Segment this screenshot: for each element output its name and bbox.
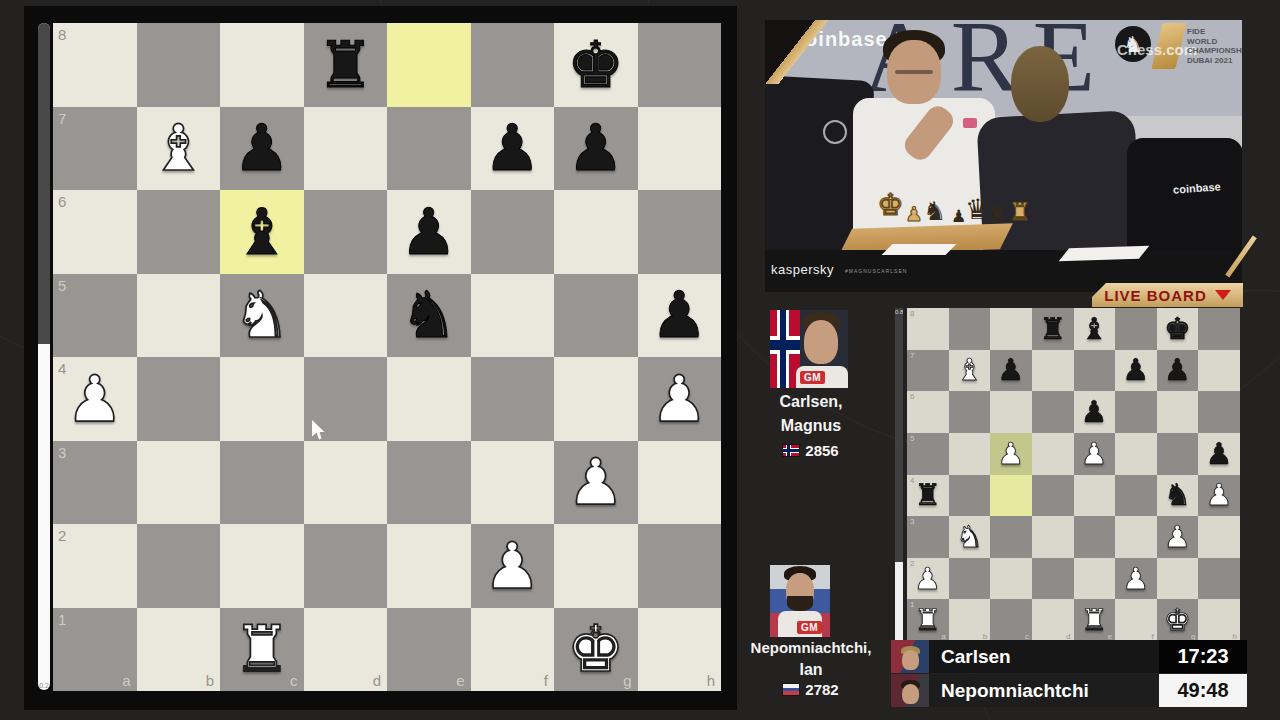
- live-square-d8: ♜: [1032, 308, 1074, 350]
- live-square-f3: [1115, 516, 1157, 558]
- live-square-b2: [949, 558, 991, 600]
- live-square-d6: [1032, 391, 1074, 433]
- main-square-c5[interactable]: ♞: [220, 274, 304, 358]
- rank-label: 6: [910, 392, 914, 401]
- black-king[interactable]: ♚: [554, 23, 638, 107]
- gm-title-badge: GM: [797, 621, 822, 634]
- black-pawn: ♟: [1198, 433, 1240, 475]
- main-square-f6[interactable]: [471, 190, 555, 274]
- live-square-e7: [1074, 350, 1116, 392]
- main-square-f4[interactable]: [471, 357, 555, 441]
- rank-label: 7: [58, 110, 66, 127]
- main-square-f5[interactable]: [471, 274, 555, 358]
- main-square-e3[interactable]: [387, 441, 471, 525]
- clock-row-carlsen: Carlsen 17:23: [891, 640, 1247, 673]
- black-pawn[interactable]: ♟: [638, 274, 722, 358]
- gm-title-badge: GM: [800, 371, 825, 384]
- main-square-b2[interactable]: [137, 524, 221, 608]
- main-square-h6[interactable]: [638, 190, 722, 274]
- live-square-a3: 3: [907, 516, 949, 558]
- main-square-a6[interactable]: 6: [53, 190, 137, 274]
- live-square-b7: ♝: [949, 350, 991, 392]
- white-player-rating-row: 2856: [745, 442, 877, 459]
- main-square-h7[interactable]: [638, 107, 722, 191]
- nepomniachtchi-avatar: [891, 674, 929, 707]
- black-player-lastname: Nepomniachtchi,: [742, 639, 880, 656]
- live-square-f5: [1115, 433, 1157, 475]
- black-pawn[interactable]: ♟: [387, 190, 471, 274]
- rank-label: 5: [910, 434, 914, 443]
- live-square-a2: 2♟: [907, 558, 949, 600]
- eval-black-portion: [38, 23, 50, 344]
- live-square-c6: [990, 391, 1032, 433]
- white-rook: ♜: [907, 599, 949, 641]
- live-square-e3: [1074, 516, 1116, 558]
- main-square-f8[interactable]: [471, 23, 555, 107]
- file-label: f: [544, 672, 548, 689]
- main-square-d6[interactable]: [304, 190, 388, 274]
- clock-row-nepomniachtchi: Nepomniachtchi 49:48: [891, 674, 1247, 707]
- chesscom-watermark: Chess.com: [1117, 41, 1197, 58]
- live-square-c1: c: [990, 599, 1032, 641]
- main-square-c4[interactable]: [220, 357, 304, 441]
- main-square-f7[interactable]: ♟: [471, 107, 555, 191]
- live-square-e5: ♟: [1074, 433, 1116, 475]
- page: 0.2 8♜♚7♝♟♟♟6♝♟5♞♞♟4♟♟3♟2♟1abc♜defg♚h AR…: [0, 0, 1280, 720]
- black-player-rating: 2782: [805, 681, 838, 698]
- main-square-e5[interactable]: ♞: [387, 274, 471, 358]
- main-chess-board[interactable]: 8♜♚7♝♟♟♟6♝♟5♞♞♟4♟♟3♟2♟1abc♜defg♚h: [53, 23, 721, 691]
- black-player-rating-row: 2782: [742, 681, 880, 698]
- live-square-h1: h: [1198, 599, 1240, 641]
- table-piece: ♜: [987, 204, 1007, 226]
- table-piece: ♟: [951, 208, 966, 225]
- triangle-down-icon: [1215, 290, 1231, 300]
- live-square-a6: 6: [907, 391, 949, 433]
- live-square-a4: 4♜: [907, 475, 949, 517]
- live-square-g8: ♚: [1157, 308, 1199, 350]
- black-pawn[interactable]: ♟: [554, 107, 638, 191]
- live-square-f2: ♟: [1115, 558, 1157, 600]
- live-square-g6: [1157, 391, 1199, 433]
- main-square-h8[interactable]: [638, 23, 722, 107]
- main-square-b6[interactable]: [137, 190, 221, 274]
- live-square-f1: f: [1115, 599, 1157, 641]
- main-square-f1[interactable]: f: [471, 608, 555, 692]
- live-square-b6: [949, 391, 991, 433]
- white-king: ♚: [1157, 599, 1199, 641]
- table-piece: ♟: [905, 204, 923, 224]
- gold-corner-trim: [765, 20, 847, 84]
- scoresheet-paper: [882, 244, 957, 255]
- clock-time-black: 49:48: [1159, 674, 1247, 707]
- black-pawn[interactable]: ♟: [471, 107, 555, 191]
- rank-label: 5: [58, 277, 66, 294]
- live-square-h8: [1198, 308, 1240, 350]
- white-pawn: ♟: [1115, 558, 1157, 600]
- main-square-g4[interactable]: [554, 357, 638, 441]
- live-square-b1: b: [949, 599, 991, 641]
- main-square-c8[interactable]: [220, 23, 304, 107]
- white-rook[interactable]: ♜: [220, 608, 304, 692]
- rank-label: 8: [58, 26, 66, 43]
- file-label: d: [373, 672, 381, 689]
- live-chess-board: 8♜♝♚7♝♟♟♟6♟5♟♟♟4♜♞♟3♞♟2♟♟1a♜bcde♜fg♚h: [907, 308, 1240, 641]
- live-eval-value: 0.8: [895, 309, 903, 315]
- norway-flag-icon: [783, 445, 799, 456]
- white-pawn[interactable]: ♟: [471, 524, 555, 608]
- main-square-h4[interactable]: ♟: [638, 357, 722, 441]
- clock-name-black: Nepomniachtchi: [929, 674, 1159, 707]
- live-square-a5: 5: [907, 433, 949, 475]
- table-piece: ♞: [923, 198, 946, 224]
- main-square-a5[interactable]: 5: [53, 274, 137, 358]
- black-rook: ♜: [1032, 308, 1074, 350]
- main-square-b1[interactable]: b: [137, 608, 221, 692]
- live-eval-bar: 0.8: [895, 308, 903, 641]
- white-player-firstname: Magnus: [745, 417, 877, 435]
- black-rook: ♜: [907, 475, 949, 517]
- main-square-f2[interactable]: ♟: [471, 524, 555, 608]
- white-king[interactable]: ♚: [554, 608, 638, 692]
- live-square-e8: ♝: [1074, 308, 1116, 350]
- white-pawn[interactable]: ♟: [53, 357, 137, 441]
- black-pawn: ♟: [1115, 350, 1157, 392]
- main-square-b4[interactable]: [137, 357, 221, 441]
- live-square-c4: [990, 475, 1032, 517]
- main-square-d7[interactable]: [304, 107, 388, 191]
- main-square-d3[interactable]: [304, 441, 388, 525]
- clock-overlay: Carlsen 17:23 Nepomniachtchi 49:48: [891, 640, 1247, 707]
- black-rook[interactable]: ♜: [304, 23, 388, 107]
- live-square-h7: [1198, 350, 1240, 392]
- main-square-d2[interactable]: [304, 524, 388, 608]
- main-square-c3[interactable]: [220, 441, 304, 525]
- main-square-h5[interactable]: ♟: [638, 274, 722, 358]
- live-square-f6: [1115, 391, 1157, 433]
- rank-label: 1: [58, 611, 66, 628]
- main-square-b3[interactable]: [137, 441, 221, 525]
- chair-emblem-icon: [823, 120, 847, 144]
- white-pawn: ♟: [1074, 433, 1116, 475]
- live-square-a7: 7: [907, 350, 949, 392]
- main-square-a4[interactable]: 4♟: [53, 357, 137, 441]
- live-board-label: LIVE BOARD: [1104, 287, 1207, 304]
- live-square-h4: ♟: [1198, 475, 1240, 517]
- main-square-d5[interactable]: [304, 274, 388, 358]
- main-square-b8[interactable]: [137, 23, 221, 107]
- live-square-e2: [1074, 558, 1116, 600]
- rank-label: 2: [58, 527, 66, 544]
- black-pawn[interactable]: ♟: [220, 107, 304, 191]
- live-square-c7: ♟: [990, 350, 1032, 392]
- white-pawn: ♟: [907, 558, 949, 600]
- live-square-d5: [1032, 433, 1074, 475]
- live-square-f4: [1115, 475, 1157, 517]
- live-square-d3: [1032, 516, 1074, 558]
- main-square-a7[interactable]: 7: [53, 107, 137, 191]
- white-pawn: ♟: [1198, 475, 1240, 517]
- live-square-h5: ♟: [1198, 433, 1240, 475]
- main-square-g1[interactable]: g♚: [554, 608, 638, 692]
- live-square-b4: [949, 475, 991, 517]
- live-square-f8: [1115, 308, 1157, 350]
- live-square-g3: ♟: [1157, 516, 1199, 558]
- main-square-a8[interactable]: 8: [53, 23, 137, 107]
- clock-time-white: 17:23: [1159, 640, 1247, 673]
- live-square-d1: d: [1032, 599, 1074, 641]
- main-square-g6[interactable]: [554, 190, 638, 274]
- rank-label: 3: [58, 444, 66, 461]
- main-square-c2[interactable]: [220, 524, 304, 608]
- main-square-a3[interactable]: 3: [53, 441, 137, 525]
- video-feed[interactable]: ARE coinbase ♞ Chess.com FIDE WORLD CHAM…: [765, 20, 1242, 292]
- main-square-b5[interactable]: [137, 274, 221, 358]
- rank-label: 8: [910, 309, 914, 318]
- white-pawn: ♟: [1157, 516, 1199, 558]
- main-square-c6[interactable]: ♝: [220, 190, 304, 274]
- black-bishop: ♝: [1074, 308, 1116, 350]
- file-label: b: [206, 672, 214, 689]
- live-square-f7: ♟: [1115, 350, 1157, 392]
- main-square-e2[interactable]: [387, 524, 471, 608]
- carlsen-head: [1011, 46, 1069, 122]
- live-square-h2: [1198, 558, 1240, 600]
- live-square-d7: [1032, 350, 1074, 392]
- live-square-g1: g♚: [1157, 599, 1199, 641]
- main-square-h3[interactable]: [638, 441, 722, 525]
- white-pawn: ♟: [990, 433, 1032, 475]
- main-square-g3[interactable]: ♟: [554, 441, 638, 525]
- main-square-e1[interactable]: e: [387, 608, 471, 692]
- white-pawn[interactable]: ♟: [638, 357, 722, 441]
- main-square-g8[interactable]: ♚: [554, 23, 638, 107]
- main-square-e4[interactable]: [387, 357, 471, 441]
- white-pawn[interactable]: ♟: [554, 441, 638, 525]
- live-square-c5: ♟: [990, 433, 1032, 475]
- white-knight: ♞: [949, 516, 991, 558]
- rank-label: 3: [910, 517, 914, 526]
- live-square-g7: ♟: [1157, 350, 1199, 392]
- rank-label: 7: [910, 351, 914, 360]
- eval-black-portion: [895, 308, 903, 562]
- white-rook: ♜: [1074, 599, 1116, 641]
- file-label: h: [707, 672, 715, 689]
- main-square-g7[interactable]: ♟: [554, 107, 638, 191]
- live-square-c8: [990, 308, 1032, 350]
- black-knight: ♞: [1157, 475, 1199, 517]
- table-piece: ♚: [877, 190, 904, 220]
- fide-event-text: FIDE WORLD CHAMPIONSHIP DUBAI 2021: [1187, 27, 1242, 65]
- black-pawn: ♟: [1157, 350, 1199, 392]
- russia-flag-icon: [783, 684, 799, 695]
- live-square-g2: [1157, 558, 1199, 600]
- live-square-a8: 8: [907, 308, 949, 350]
- live-square-g4: ♞: [1157, 475, 1199, 517]
- main-square-d8[interactable]: ♜: [304, 23, 388, 107]
- main-board-frame: 0.2 8♜♚7♝♟♟♟6♝♟5♞♞♟4♟♟3♟2♟1abc♜defg♚h: [24, 6, 737, 710]
- live-square-a1: 1a♜: [907, 599, 949, 641]
- white-bishop: ♝: [949, 350, 991, 392]
- live-square-d4: [1032, 475, 1074, 517]
- white-knight[interactable]: ♞: [220, 274, 304, 358]
- main-square-a2[interactable]: 2: [53, 524, 137, 608]
- main-square-g2[interactable]: [554, 524, 638, 608]
- main-square-e8[interactable]: [387, 23, 471, 107]
- main-square-g5[interactable]: [554, 274, 638, 358]
- main-square-c1[interactable]: c♜: [220, 608, 304, 692]
- live-square-c3: [990, 516, 1032, 558]
- live-square-e1: e♜: [1074, 599, 1116, 641]
- nepomniachtchi-glasses: [895, 70, 933, 74]
- file-label: a: [122, 672, 130, 689]
- table-piece: ♜: [1009, 200, 1031, 224]
- white-player-lastname: Carlsen,: [745, 393, 877, 411]
- live-square-e4: [1074, 475, 1116, 517]
- live-square-b3: ♞: [949, 516, 991, 558]
- live-board-banner: LIVE BOARD: [1092, 283, 1243, 307]
- black-knight[interactable]: ♞: [387, 274, 471, 358]
- white-player-rating: 2856: [805, 442, 838, 459]
- hashtag-text: #MAGNUSCARLSEN: [845, 268, 907, 274]
- file-label: e: [456, 672, 464, 689]
- black-king: ♚: [1157, 308, 1199, 350]
- live-square-b5: [949, 433, 991, 475]
- black-bishop[interactable]: ♝: [220, 190, 304, 274]
- live-square-h6: [1198, 391, 1240, 433]
- main-square-f3[interactable]: [471, 441, 555, 525]
- rank-label: 6: [58, 193, 66, 210]
- live-square-h3: [1198, 516, 1240, 558]
- main-eval-bar: 0.2: [38, 23, 50, 690]
- live-square-e6: ♟: [1074, 391, 1116, 433]
- shirt-badge: [963, 118, 977, 128]
- live-square-b8: [949, 308, 991, 350]
- main-eval-value: 0.2: [38, 682, 50, 689]
- main-square-e7[interactable]: [387, 107, 471, 191]
- main-square-d1[interactable]: d: [304, 608, 388, 692]
- carlsen-avatar: [891, 640, 929, 673]
- black-player-firstname: Ian: [742, 661, 880, 679]
- main-square-a1[interactable]: 1a: [53, 608, 137, 692]
- main-square-b7[interactable]: ♝: [137, 107, 221, 191]
- main-square-c7[interactable]: ♟: [220, 107, 304, 191]
- clock-name-white: Carlsen: [929, 640, 1159, 673]
- live-square-c2: [990, 558, 1032, 600]
- main-square-e6[interactable]: ♟: [387, 190, 471, 274]
- live-square-d2: [1032, 558, 1074, 600]
- main-square-h1[interactable]: h: [638, 608, 722, 692]
- white-bishop[interactable]: ♝: [137, 107, 221, 191]
- kaspersky-logo: kaspersky: [771, 262, 834, 277]
- main-square-h2[interactable]: [638, 524, 722, 608]
- black-pawn: ♟: [990, 350, 1032, 392]
- black-pawn: ♟: [1074, 391, 1116, 433]
- live-square-g5: [1157, 433, 1199, 475]
